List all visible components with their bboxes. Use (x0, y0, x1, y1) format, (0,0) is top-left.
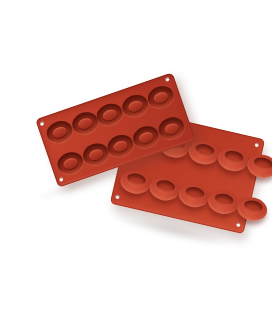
dome-top-ring-groove (213, 192, 234, 207)
oval-cavity (145, 83, 176, 111)
dome-top-ring-groove (194, 142, 215, 157)
cavity-center-boss (62, 156, 78, 170)
dome-top-ring-groove (252, 155, 272, 170)
cavity-center-boss (52, 125, 68, 139)
dome-top-ring-groove (125, 172, 146, 187)
cavity-center-boss (127, 99, 143, 113)
product-photo-stage (0, 0, 272, 310)
oval-dome (235, 195, 269, 224)
oval-cavity (155, 114, 186, 142)
dome-top-ring-groove (242, 199, 263, 214)
cavity-center-boss (113, 139, 129, 153)
cavity-center-boss (152, 90, 168, 104)
cavity-center-boss (102, 108, 118, 122)
dome-top-ring-groove (223, 149, 244, 164)
cavity-center-boss (138, 130, 154, 144)
oval-dome (245, 151, 272, 180)
cavity-center-boss (163, 122, 179, 136)
cavity-center-boss (77, 116, 93, 130)
dome-top-ring-groove (155, 179, 176, 194)
dome-top-ring-groove (184, 185, 205, 200)
cavity-center-boss (88, 148, 104, 162)
